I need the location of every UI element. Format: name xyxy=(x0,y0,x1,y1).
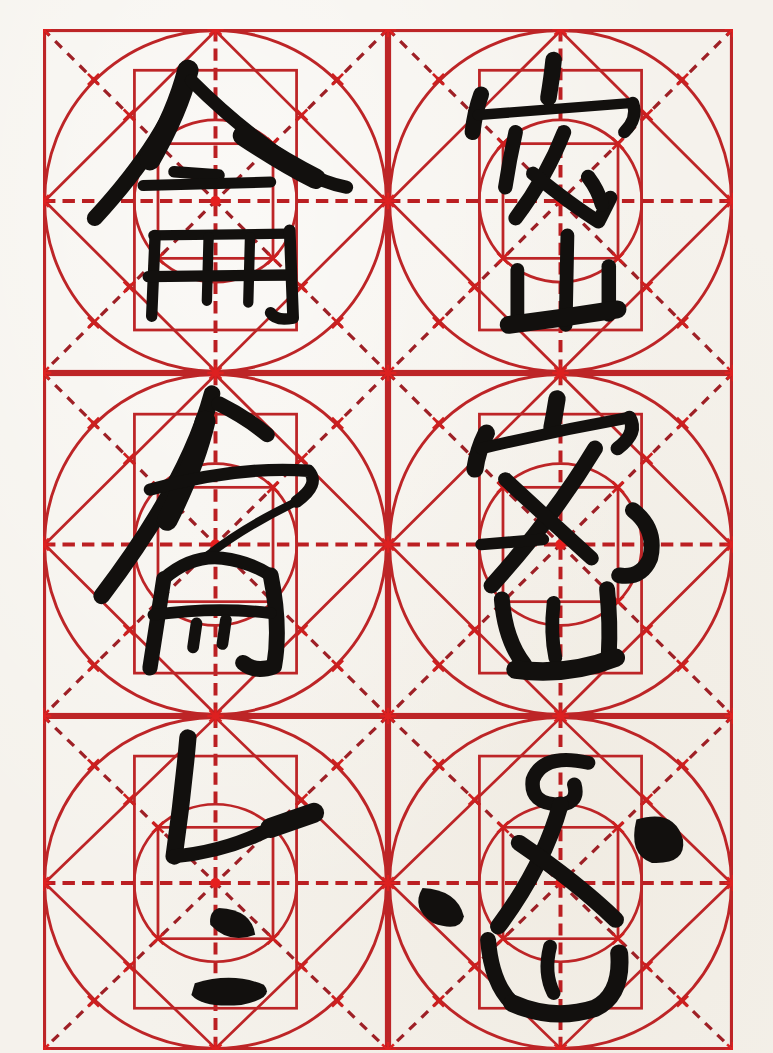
cell-svg xyxy=(388,716,733,1050)
cell-svg xyxy=(388,373,733,716)
practice-cell-r1c2: 密 xyxy=(388,29,733,373)
cell-grid-overlay xyxy=(43,29,388,373)
practice-cell-r1c1: 侖 xyxy=(43,29,388,373)
cell-svg xyxy=(43,716,388,1050)
calligraphy-sheet-page: 侖密侖密侖密 xyxy=(0,0,773,1053)
calligraphy-character-strokes xyxy=(174,738,314,1006)
practice-grid: 侖密侖密侖密 xyxy=(43,29,733,1050)
cell-svg xyxy=(43,373,388,716)
practice-cell-r2c2: 密 xyxy=(388,373,733,716)
calligraphy-character-strokes xyxy=(475,399,652,672)
practice-cell-r3c2: 密 xyxy=(388,716,733,1050)
center-dot xyxy=(210,196,220,206)
cell-svg xyxy=(388,29,733,373)
calligraphy-character-strokes xyxy=(473,60,635,325)
center-dot xyxy=(210,878,220,888)
practice-cell-r3c1: 侖 xyxy=(43,716,388,1050)
cell-svg xyxy=(43,29,388,373)
practice-cell-r2c1: 侖 xyxy=(43,373,388,716)
